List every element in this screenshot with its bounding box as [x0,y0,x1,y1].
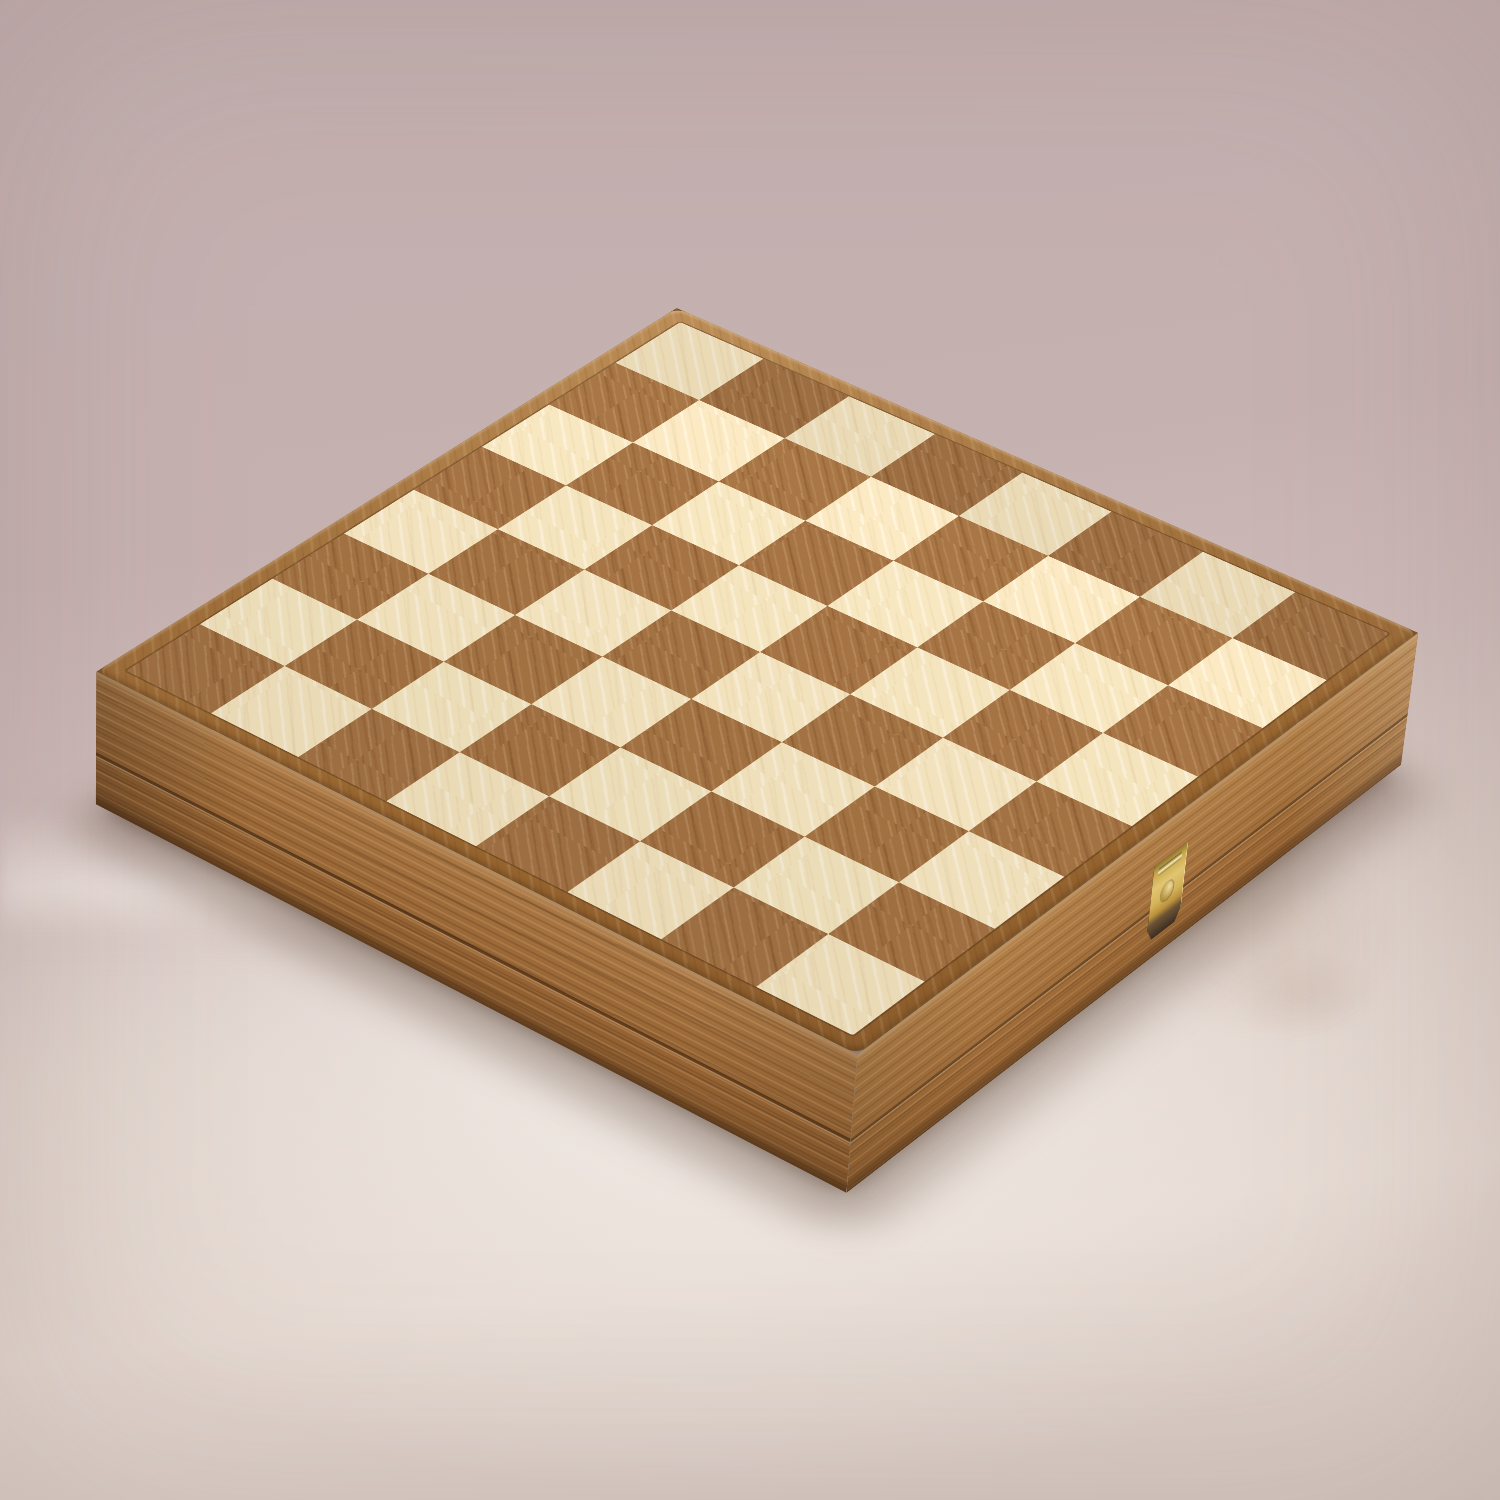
square-h6 [1103,685,1263,777]
square-d3 [531,657,691,748]
square-d2 [460,704,621,796]
square-g3 [805,786,969,882]
square-c2 [372,661,532,752]
square-f2 [640,791,804,887]
square-h3 [899,831,1064,928]
square-e4 [691,652,850,742]
square-g2 [733,836,899,934]
square-g4 [874,738,1036,832]
square-e2 [549,747,712,841]
square-g5 [943,690,1103,782]
backdrop-smudge-small [1230,950,1380,1040]
chess-box [96,308,1418,1055]
square-h2 [828,882,995,981]
brass-latch-clasp [1146,841,1188,944]
square-h5 [1036,733,1198,826]
product-photo [0,0,1500,1500]
square-e3 [621,699,782,791]
latch-emblem [1159,876,1175,907]
latch-hinge-slot [1158,851,1182,876]
square-f5 [850,647,1009,737]
square-f3 [712,742,874,836]
square-h4 [968,781,1131,876]
square-f4 [782,694,943,786]
square-g6 [1009,643,1168,733]
